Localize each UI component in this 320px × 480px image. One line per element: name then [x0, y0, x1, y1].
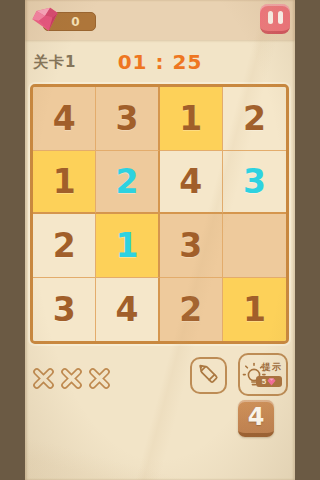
cell-r3c4[interactable] — [223, 214, 286, 278]
hint-cost: 5 — [262, 377, 266, 386]
cell-r3c2[interactable]: 1 — [96, 214, 159, 278]
mistake-x-icon — [88, 367, 111, 390]
cell-r2c1[interactable]: 1 — [33, 151, 96, 215]
cell-r3c1[interactable]: 2 — [33, 214, 96, 278]
tile-row: 4 — [25, 400, 295, 437]
mistake-x-icon — [60, 367, 83, 390]
cell-r2c3[interactable]: 4 — [160, 151, 223, 215]
board: 431212432133421 — [30, 84, 289, 344]
number-tile-4[interactable]: 4 — [238, 400, 274, 437]
cell-r4c4[interactable]: 1 — [223, 278, 286, 342]
hint-button[interactable]: 提示 5 — [238, 353, 288, 396]
topbar: 0 — [25, 0, 295, 40]
mistake-x-icon — [32, 367, 55, 390]
cell-r2c2[interactable]: 2 — [96, 151, 159, 215]
cell-r4c1[interactable]: 3 — [33, 278, 96, 342]
pause-icon — [268, 11, 273, 24]
hint-label: 提示 — [262, 361, 282, 374]
cell-r1c4[interactable]: 2 — [223, 87, 286, 151]
controls-row: 提示 5 — [25, 352, 295, 396]
pencil-button[interactable] — [190, 357, 227, 394]
timer: 01 : 25 — [25, 50, 295, 74]
pause-button[interactable] — [260, 4, 290, 34]
badge-gem-icon — [267, 374, 276, 389]
gem-counter[interactable]: 0 — [29, 7, 119, 35]
pencil-icon — [195, 360, 222, 390]
game-screen: 0 关卡1 01 : 25 4312 — [25, 0, 295, 480]
cell-r1c3[interactable]: 1 — [160, 87, 223, 151]
cell-r2c4[interactable]: 3 — [223, 151, 286, 215]
cell-r4c3[interactable]: 2 — [160, 278, 223, 342]
cell-r1c1[interactable]: 4 — [33, 87, 96, 151]
mistake-marks — [32, 367, 111, 390]
pink-gem-icon — [29, 5, 63, 39]
cell-r3c3[interactable]: 3 — [160, 214, 223, 278]
cell-r4c2[interactable]: 4 — [96, 278, 159, 342]
pause-icon — [278, 11, 283, 24]
header: 关卡1 01 : 25 — [25, 40, 295, 84]
hint-badge: 5 — [256, 376, 282, 387]
cell-r1c2[interactable]: 3 — [96, 87, 159, 151]
